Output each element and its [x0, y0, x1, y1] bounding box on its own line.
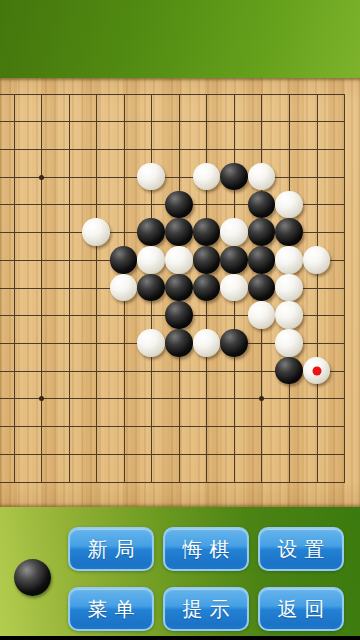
stone-white [165, 246, 193, 274]
stone-white [303, 246, 331, 274]
grid-line [317, 94, 318, 483]
star-point [39, 175, 44, 180]
grid-line [0, 94, 345, 95]
stone-black [248, 274, 276, 302]
stone-white [110, 274, 138, 302]
stone-white [82, 218, 110, 246]
grid-line [0, 398, 345, 399]
stone-black [137, 218, 165, 246]
stone-white [303, 357, 331, 385]
bottom-black-bar [0, 636, 360, 640]
grid-line [96, 94, 97, 483]
grid-line [69, 94, 70, 483]
new-game-button[interactable]: 新局 [68, 527, 154, 571]
grid-line [0, 482, 345, 483]
stone-black [248, 246, 276, 274]
stone-black [275, 218, 303, 246]
stone-black [165, 329, 193, 357]
grid-line [41, 94, 42, 483]
stone-white [137, 163, 165, 191]
stone-black [165, 274, 193, 302]
stone-white [137, 246, 165, 274]
stone-white [137, 329, 165, 357]
stone-black [193, 274, 221, 302]
stone-black [248, 191, 276, 219]
stone-black [165, 191, 193, 219]
last-move-marker [312, 366, 321, 375]
star-point [39, 396, 44, 401]
stone-black [220, 329, 248, 357]
grid-line [0, 149, 345, 150]
settings-button[interactable]: 设置 [258, 527, 344, 571]
button-grid: 新局悔棋设置菜单提示返回 [68, 527, 344, 631]
stone-white [248, 163, 276, 191]
stone-white [275, 274, 303, 302]
stone-white [220, 274, 248, 302]
turn-indicator-black-stone [14, 559, 51, 596]
stone-black [165, 218, 193, 246]
stone-white [248, 301, 276, 329]
stone-black [193, 218, 221, 246]
grid-line [0, 426, 345, 427]
stone-black [275, 357, 303, 385]
stone-white [275, 246, 303, 274]
grid-line [344, 94, 345, 483]
grid-line [14, 94, 15, 483]
stone-black [137, 274, 165, 302]
grid-line [0, 177, 345, 178]
stone-black [110, 246, 138, 274]
grid-line [0, 454, 345, 455]
menu-button[interactable]: 菜单 [68, 587, 154, 631]
go-board[interactable] [0, 78, 360, 507]
top-bar [0, 0, 360, 78]
star-point [259, 396, 264, 401]
stone-white [193, 329, 221, 357]
stone-black [193, 246, 221, 274]
app-screen: 新局悔棋设置菜单提示返回 [0, 0, 360, 640]
bottom-panel: 新局悔棋设置菜单提示返回 [0, 507, 360, 636]
stone-white [275, 191, 303, 219]
grid-line [0, 121, 345, 122]
undo-button[interactable]: 悔棋 [163, 527, 249, 571]
stone-black [220, 246, 248, 274]
hint-button[interactable]: 提示 [163, 587, 249, 631]
stone-white [193, 163, 221, 191]
stone-black [248, 218, 276, 246]
stone-white [220, 218, 248, 246]
stone-black [165, 301, 193, 329]
stone-white [275, 301, 303, 329]
stone-white [275, 329, 303, 357]
back-button[interactable]: 返回 [258, 587, 344, 631]
stone-black [220, 163, 248, 191]
